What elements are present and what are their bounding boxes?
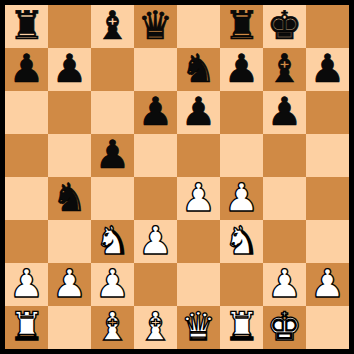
square-h7[interactable]: ♟ bbox=[306, 48, 349, 91]
square-f8[interactable]: ♜ bbox=[220, 5, 263, 48]
black-pawn-d6: ♟ bbox=[138, 91, 173, 133]
black-bishop-g7: ♝ bbox=[267, 48, 302, 90]
square-b4[interactable]: ♞ bbox=[48, 177, 91, 220]
black-pawn-h7: ♟ bbox=[310, 48, 345, 90]
chess-board-frame: ♜♝♛♜♚♟♟♞♟♝♟♟♟♟♟♞♟♟♞♟♞♟♟♟♟♟♜♝♝♛♜♚ bbox=[0, 0, 354, 354]
square-c1[interactable]: ♝ bbox=[91, 306, 134, 349]
square-c3[interactable]: ♞ bbox=[91, 220, 134, 263]
square-a3[interactable] bbox=[5, 220, 48, 263]
square-h4[interactable] bbox=[306, 177, 349, 220]
white-knight-f3: ♞ bbox=[224, 220, 259, 262]
square-d6[interactable]: ♟ bbox=[134, 91, 177, 134]
black-knight-b4: ♞ bbox=[52, 177, 87, 219]
square-b8[interactable] bbox=[48, 5, 91, 48]
square-g6[interactable]: ♟ bbox=[263, 91, 306, 134]
white-rook-a1: ♜ bbox=[9, 306, 44, 348]
black-pawn-g6: ♟ bbox=[267, 91, 302, 133]
white-queen-e1: ♛ bbox=[181, 306, 216, 348]
square-e2[interactable] bbox=[177, 263, 220, 306]
square-b5[interactable] bbox=[48, 134, 91, 177]
square-b6[interactable] bbox=[48, 91, 91, 134]
square-d2[interactable] bbox=[134, 263, 177, 306]
square-c6[interactable] bbox=[91, 91, 134, 134]
square-g4[interactable] bbox=[263, 177, 306, 220]
square-d3[interactable]: ♟ bbox=[134, 220, 177, 263]
square-e4[interactable]: ♟ bbox=[177, 177, 220, 220]
square-a8[interactable]: ♜ bbox=[5, 5, 48, 48]
black-rook-a8: ♜ bbox=[9, 5, 44, 47]
white-pawn-d3: ♟ bbox=[138, 220, 173, 262]
square-a5[interactable] bbox=[5, 134, 48, 177]
square-f4[interactable]: ♟ bbox=[220, 177, 263, 220]
black-pawn-b7: ♟ bbox=[52, 48, 87, 90]
square-a6[interactable] bbox=[5, 91, 48, 134]
black-queen-d8: ♛ bbox=[138, 5, 173, 47]
square-f3[interactable]: ♞ bbox=[220, 220, 263, 263]
square-c5[interactable]: ♟ bbox=[91, 134, 134, 177]
square-g3[interactable] bbox=[263, 220, 306, 263]
white-pawn-h2: ♟ bbox=[310, 263, 345, 305]
black-bishop-c8: ♝ bbox=[95, 5, 130, 47]
square-f1[interactable]: ♜ bbox=[220, 306, 263, 349]
black-pawn-f7: ♟ bbox=[224, 48, 259, 90]
square-a4[interactable] bbox=[5, 177, 48, 220]
square-e8[interactable] bbox=[177, 5, 220, 48]
square-b1[interactable] bbox=[48, 306, 91, 349]
square-g2[interactable]: ♟ bbox=[263, 263, 306, 306]
black-pawn-c5: ♟ bbox=[95, 134, 130, 176]
square-c2[interactable]: ♟ bbox=[91, 263, 134, 306]
square-g8[interactable]: ♚ bbox=[263, 5, 306, 48]
square-a7[interactable]: ♟ bbox=[5, 48, 48, 91]
square-e5[interactable] bbox=[177, 134, 220, 177]
square-e3[interactable] bbox=[177, 220, 220, 263]
white-pawn-b2: ♟ bbox=[52, 263, 87, 305]
black-king-g8: ♚ bbox=[267, 5, 302, 47]
square-h2[interactable]: ♟ bbox=[306, 263, 349, 306]
square-d4[interactable] bbox=[134, 177, 177, 220]
square-a2[interactable]: ♟ bbox=[5, 263, 48, 306]
square-h8[interactable] bbox=[306, 5, 349, 48]
black-rook-f8: ♜ bbox=[224, 5, 259, 47]
white-pawn-f4: ♟ bbox=[224, 177, 259, 219]
black-pawn-e6: ♟ bbox=[181, 91, 216, 133]
square-h5[interactable] bbox=[306, 134, 349, 177]
white-rook-f1: ♜ bbox=[224, 306, 259, 348]
white-king-g1: ♚ bbox=[267, 306, 302, 348]
square-d7[interactable] bbox=[134, 48, 177, 91]
white-pawn-a2: ♟ bbox=[9, 263, 44, 305]
square-e1[interactable]: ♛ bbox=[177, 306, 220, 349]
square-h6[interactable] bbox=[306, 91, 349, 134]
square-d8[interactable]: ♛ bbox=[134, 5, 177, 48]
chess-board: ♜♝♛♜♚♟♟♞♟♝♟♟♟♟♟♞♟♟♞♟♞♟♟♟♟♟♜♝♝♛♜♚ bbox=[5, 5, 349, 349]
square-e6[interactable]: ♟ bbox=[177, 91, 220, 134]
square-c8[interactable]: ♝ bbox=[91, 5, 134, 48]
square-b2[interactable]: ♟ bbox=[48, 263, 91, 306]
square-f7[interactable]: ♟ bbox=[220, 48, 263, 91]
white-pawn-e4: ♟ bbox=[181, 177, 216, 219]
square-d1[interactable]: ♝ bbox=[134, 306, 177, 349]
square-a1[interactable]: ♜ bbox=[5, 306, 48, 349]
black-pawn-a7: ♟ bbox=[9, 48, 44, 90]
square-h1[interactable] bbox=[306, 306, 349, 349]
square-b3[interactable] bbox=[48, 220, 91, 263]
white-bishop-d1: ♝ bbox=[138, 306, 173, 348]
square-d5[interactable] bbox=[134, 134, 177, 177]
black-knight-e7: ♞ bbox=[181, 48, 216, 90]
square-f6[interactable] bbox=[220, 91, 263, 134]
square-h3[interactable] bbox=[306, 220, 349, 263]
square-g7[interactable]: ♝ bbox=[263, 48, 306, 91]
square-g1[interactable]: ♚ bbox=[263, 306, 306, 349]
square-f5[interactable] bbox=[220, 134, 263, 177]
square-e7[interactable]: ♞ bbox=[177, 48, 220, 91]
square-c7[interactable] bbox=[91, 48, 134, 91]
square-f2[interactable] bbox=[220, 263, 263, 306]
square-g5[interactable] bbox=[263, 134, 306, 177]
white-knight-c3: ♞ bbox=[95, 220, 130, 262]
white-pawn-g2: ♟ bbox=[267, 263, 302, 305]
white-bishop-c1: ♝ bbox=[95, 306, 130, 348]
square-c4[interactable] bbox=[91, 177, 134, 220]
white-pawn-c2: ♟ bbox=[95, 263, 130, 305]
square-b7[interactable]: ♟ bbox=[48, 48, 91, 91]
